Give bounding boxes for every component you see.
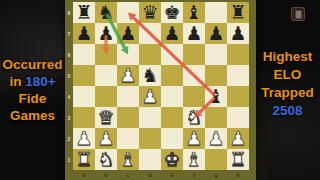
square-a7[interactable]: ♟: [73, 23, 95, 44]
caption-line: ELO: [255, 66, 320, 84]
square-b1[interactable]: ♞: [95, 149, 117, 170]
board-grid: ♜♞♛♚♝♜♟♟♟♟♟♟♟♟♞♟♝♛♞♟♟♟♟♟♜♞♝♚♝♜: [73, 2, 249, 170]
rank-label-6: 6: [66, 46, 73, 64]
rank-label-4: 4: [66, 88, 73, 106]
square-c6[interactable]: [117, 44, 139, 65]
caption-line: Highest: [255, 48, 320, 66]
file-label-b: b: [97, 171, 116, 179]
file-label-h: h: [229, 171, 248, 179]
square-h8[interactable]: ♜: [227, 2, 249, 23]
square-e7[interactable]: ♟: [161, 23, 183, 44]
square-f3[interactable]: ♞: [183, 107, 205, 128]
white-pawn-a2[interactable]: ♟: [75, 128, 92, 149]
black-knight-b8[interactable]: ♞: [97, 2, 114, 23]
black-knight-d5[interactable]: ♞: [141, 65, 158, 86]
white-bishop-f1[interactable]: ♝: [185, 149, 202, 170]
square-h2[interactable]: ♟: [227, 128, 249, 149]
square-f4[interactable]: [183, 86, 205, 107]
file-label-a: a: [75, 171, 94, 179]
white-pawn-d4[interactable]: ♟: [141, 86, 158, 107]
black-pawn-e7[interactable]: ♟: [163, 23, 180, 44]
square-h1[interactable]: ♜: [227, 149, 249, 170]
square-h6[interactable]: [227, 44, 249, 65]
square-d3[interactable]: [139, 107, 161, 128]
caption-text: Games: [10, 108, 55, 123]
square-d2[interactable]: [139, 128, 161, 149]
square-h5[interactable]: [227, 65, 249, 86]
square-c1[interactable]: ♝: [117, 149, 139, 170]
square-g1[interactable]: [205, 149, 227, 170]
square-f2[interactable]: ♟: [183, 128, 205, 149]
white-rook-h1[interactable]: ♜: [229, 149, 246, 170]
caption-text: ELO: [274, 67, 302, 82]
square-g5[interactable]: [205, 65, 227, 86]
square-g3[interactable]: [205, 107, 227, 128]
square-b2[interactable]: ♟: [95, 128, 117, 149]
black-pawn-a7[interactable]: ♟: [75, 23, 92, 44]
square-f5[interactable]: [183, 65, 205, 86]
caption-line: Fide: [0, 90, 65, 107]
square-d6[interactable]: [139, 44, 161, 65]
square-b8[interactable]: ♞: [95, 2, 117, 23]
caption-text: Highest: [263, 49, 313, 64]
square-a6[interactable]: [73, 44, 95, 65]
square-c7[interactable]: ♟: [117, 23, 139, 44]
square-a1[interactable]: ♜: [73, 149, 95, 170]
right-caption: HighestELOTrapped2508: [255, 48, 320, 120]
caption-text: Occurred: [2, 57, 62, 72]
square-e3[interactable]: [161, 107, 183, 128]
rank-label-3: 3: [66, 109, 73, 127]
square-f1[interactable]: ♝: [183, 149, 205, 170]
file-label-e: e: [163, 171, 182, 179]
square-g6[interactable]: [205, 44, 227, 65]
file-label-d: d: [141, 171, 160, 179]
rank-label-8: 8: [66, 4, 73, 22]
black-pawn-h7[interactable]: ♟: [229, 23, 246, 44]
square-e8[interactable]: ♚: [161, 2, 183, 23]
black-bishop-g4[interactable]: ♝: [207, 86, 224, 107]
black-queen-d8[interactable]: ♛: [141, 2, 158, 23]
square-d7[interactable]: [139, 23, 161, 44]
file-label-g: g: [207, 171, 226, 179]
square-b5[interactable]: [95, 65, 117, 86]
caption-text: 2508: [272, 103, 302, 118]
square-a8[interactable]: ♜: [73, 2, 95, 23]
white-bishop-c1[interactable]: ♝: [119, 149, 136, 170]
square-c2[interactable]: [117, 128, 139, 149]
black-bishop-f8[interactable]: ♝: [185, 2, 202, 23]
square-e5[interactable]: [161, 65, 183, 86]
black-pawn-g7[interactable]: ♟: [207, 23, 224, 44]
square-g4[interactable]: ♝: [205, 86, 227, 107]
black-rook-a8[interactable]: ♜: [75, 2, 92, 23]
white-pawn-g2[interactable]: ♟: [207, 128, 224, 149]
white-king-e1[interactable]: ♚: [163, 149, 180, 170]
square-a2[interactable]: ♟: [73, 128, 95, 149]
white-queen-b3[interactable]: ♛: [97, 107, 114, 128]
square-e2[interactable]: [161, 128, 183, 149]
square-e1[interactable]: ♚: [161, 149, 183, 170]
rank-labels: 87654321: [65, 2, 73, 170]
square-d8[interactable]: ♛: [139, 2, 161, 23]
black-pawn-c7[interactable]: ♟: [119, 23, 136, 44]
white-pawn-c5[interactable]: ♟: [119, 65, 136, 86]
square-g8[interactable]: [205, 2, 227, 23]
square-d5[interactable]: ♞: [139, 65, 161, 86]
square-h4[interactable]: [227, 86, 249, 107]
square-f7[interactable]: ♟: [183, 23, 205, 44]
video-thumbnail: Occurredin 180+FideGames 87654321 ♜♞♛♚♝♜…: [0, 0, 320, 180]
black-pawn-b7[interactable]: ♟: [97, 23, 114, 44]
caption-line: 2508: [255, 102, 320, 120]
caption-text: Trapped: [261, 85, 314, 100]
white-pawn-b2[interactable]: ♟: [97, 128, 114, 149]
file-label-f: f: [185, 171, 204, 179]
white-pawn-h2[interactable]: ♟: [229, 128, 246, 149]
caption-line: in 180+: [0, 73, 65, 90]
file-label-c: c: [119, 171, 138, 179]
white-rook-a1[interactable]: ♜: [75, 149, 92, 170]
square-g7[interactable]: ♟: [205, 23, 227, 44]
caption-line: Games: [0, 107, 65, 124]
caption-line: Occurred: [0, 56, 65, 73]
square-e6[interactable]: [161, 44, 183, 65]
white-pawn-f2[interactable]: ♟: [185, 128, 202, 149]
watermark-logo-icon: [291, 7, 305, 21]
caption-text: Fide: [19, 91, 47, 106]
left-caption: Occurredin 180+FideGames: [0, 56, 65, 124]
square-a3[interactable]: [73, 107, 95, 128]
caption-line: Trapped: [255, 84, 320, 102]
chess-board: 87654321 ♜♞♛♚♝♜♟♟♟♟♟♟♟♟♞♟♝♛♞♟♟♟♟♟♜♞♝♚♝♜ …: [65, 0, 256, 180]
square-c3[interactable]: [117, 107, 139, 128]
square-a4[interactable]: [73, 86, 95, 107]
square-d1[interactable]: [139, 149, 161, 170]
white-knight-f3[interactable]: ♞: [185, 107, 202, 128]
black-pawn-f7[interactable]: ♟: [185, 23, 202, 44]
logo-badge-inner: [295, 10, 302, 19]
file-labels: abcdefgh: [73, 170, 249, 179]
board-squares-area: ♜♞♛♚♝♜♟♟♟♟♟♟♟♟♞♟♝♛♞♟♟♟♟♟♜♞♝♚♝♜: [73, 2, 249, 170]
rank-label-5: 5: [66, 67, 73, 85]
rank-label-1: 1: [66, 151, 73, 169]
square-b4[interactable]: [95, 86, 117, 107]
black-rook-h8[interactable]: ♜: [229, 2, 246, 23]
square-d4[interactable]: ♟: [139, 86, 161, 107]
square-b3[interactable]: ♛: [95, 107, 117, 128]
square-c5[interactable]: ♟: [117, 65, 139, 86]
square-e4[interactable]: [161, 86, 183, 107]
square-h3[interactable]: [227, 107, 249, 128]
black-king-e8[interactable]: ♚: [163, 2, 180, 23]
square-b7[interactable]: ♟: [95, 23, 117, 44]
square-c8[interactable]: [117, 2, 139, 23]
rank-label-2: 2: [66, 130, 73, 148]
square-g2[interactable]: ♟: [205, 128, 227, 149]
square-f6[interactable]: [183, 44, 205, 65]
caption-text: 180+: [25, 74, 55, 89]
square-h7[interactable]: ♟: [227, 23, 249, 44]
white-knight-b1[interactable]: ♞: [97, 149, 114, 170]
square-f8[interactable]: ♝: [183, 2, 205, 23]
square-a5[interactable]: [73, 65, 95, 86]
caption-text: in: [9, 74, 25, 89]
square-b6[interactable]: [95, 44, 117, 65]
rank-label-7: 7: [66, 25, 73, 43]
square-c4[interactable]: [117, 86, 139, 107]
